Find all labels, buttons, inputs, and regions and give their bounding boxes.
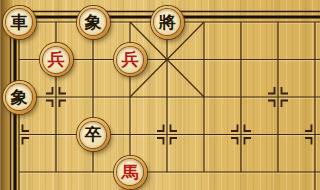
piece-character: 兵 bbox=[48, 51, 65, 68]
piece-character: 兵 bbox=[122, 51, 139, 68]
piece-character: 象 bbox=[11, 88, 28, 105]
piece-red-horse-d4[interactable]: 馬 bbox=[114, 156, 147, 189]
piece-face: 馬 bbox=[117, 159, 143, 185]
piece-character: 象 bbox=[85, 13, 102, 30]
piece-face: 卒 bbox=[80, 122, 106, 148]
piece-red-soldier-b1[interactable]: 兵 bbox=[40, 43, 73, 76]
piece-red-soldier-d1[interactable]: 兵 bbox=[114, 43, 147, 76]
piece-face: 車 bbox=[6, 9, 32, 35]
piece-black-elephant-a2[interactable]: 象 bbox=[3, 81, 36, 114]
piece-face: 將 bbox=[154, 9, 180, 35]
piece-black-elephant-c0[interactable]: 象 bbox=[77, 6, 110, 39]
piece-layer: 車象將兵兵象卒馬 bbox=[1, 3, 320, 190]
piece-black-chariot-a0[interactable]: 車 bbox=[3, 6, 36, 39]
piece-face: 象 bbox=[80, 9, 106, 35]
piece-character: 車 bbox=[11, 13, 28, 30]
piece-black-general-e0[interactable]: 將 bbox=[151, 6, 184, 39]
piece-black-soldier-c3[interactable]: 卒 bbox=[77, 118, 110, 151]
xiangqi-board: 車象將兵兵象卒馬 bbox=[0, 0, 320, 190]
piece-face: 兵 bbox=[117, 47, 143, 73]
piece-character: 將 bbox=[159, 13, 176, 30]
piece-character: 馬 bbox=[122, 163, 139, 180]
piece-face: 象 bbox=[6, 84, 32, 110]
piece-character: 卒 bbox=[85, 126, 102, 143]
piece-face: 兵 bbox=[43, 47, 69, 73]
